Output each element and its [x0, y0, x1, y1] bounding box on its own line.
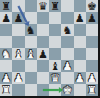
square-c4[interactable]: ♝: [25, 48, 37, 60]
square-f1[interactable]: ♚: [61, 84, 73, 96]
white-pawn[interactable]: ♟: [1, 72, 11, 83]
white-bishop[interactable]: ♝: [13, 48, 23, 59]
white-knight[interactable]: ♞: [1, 48, 11, 59]
square-g6[interactable]: [74, 24, 86, 36]
square-e7[interactable]: [49, 12, 61, 24]
square-b1[interactable]: [12, 84, 24, 96]
white-bishop[interactable]: ♝: [26, 48, 36, 59]
square-d3[interactable]: [37, 60, 49, 72]
square-f8[interactable]: [61, 0, 73, 12]
black-king[interactable]: ♚: [87, 0, 97, 11]
square-g7[interactable]: ♟: [74, 12, 86, 24]
square-c6[interactable]: ♞: [25, 24, 37, 36]
square-h4[interactable]: [86, 48, 98, 60]
black-queen[interactable]: ♛: [38, 0, 48, 11]
square-f5[interactable]: [61, 36, 73, 48]
square-g1[interactable]: [74, 84, 86, 96]
white-pawn[interactable]: ♟: [75, 72, 85, 83]
square-g2[interactable]: ♟: [74, 72, 86, 84]
square-b7[interactable]: ♟: [12, 12, 24, 24]
square-c2[interactable]: [25, 72, 37, 84]
chess-board: ♜♛♜♚♟♟♟♟♞♞♞♝♝♟♝♟♟♟♛♟♟♜♚♜: [0, 0, 98, 96]
square-c1[interactable]: [25, 84, 37, 96]
white-pawn[interactable]: ♟: [87, 72, 97, 83]
square-e1[interactable]: [49, 84, 61, 96]
square-d4[interactable]: ♟: [37, 48, 49, 60]
square-h7[interactable]: ♟: [86, 12, 98, 24]
white-pawn[interactable]: ♟: [13, 72, 23, 83]
black-pawn[interactable]: ♟: [38, 48, 48, 59]
square-d7[interactable]: [37, 12, 49, 24]
white-queen[interactable]: ♛: [50, 72, 60, 83]
square-a1[interactable]: ♜: [0, 84, 12, 96]
white-rook[interactable]: ♜: [87, 84, 97, 95]
square-b6[interactable]: [12, 24, 24, 36]
black-pawn[interactable]: ♟: [13, 12, 23, 23]
square-h1[interactable]: ♜: [86, 84, 98, 96]
square-f6[interactable]: ♞: [61, 24, 73, 36]
square-e2[interactable]: ♛: [49, 72, 61, 84]
black-knight[interactable]: ♞: [26, 24, 36, 35]
square-c8[interactable]: [25, 0, 37, 12]
square-d2[interactable]: [37, 72, 49, 84]
black-knight[interactable]: ♞: [62, 24, 72, 35]
square-h5[interactable]: [86, 36, 98, 48]
square-a6[interactable]: [0, 24, 12, 36]
square-a7[interactable]: ♟: [0, 12, 12, 24]
black-rook[interactable]: ♜: [50, 0, 60, 11]
square-g4[interactable]: [74, 48, 86, 60]
square-h6[interactable]: [86, 24, 98, 36]
square-g5[interactable]: [74, 36, 86, 48]
black-bishop[interactable]: ♝: [50, 60, 60, 71]
white-king[interactable]: ♚: [62, 84, 72, 95]
square-d8[interactable]: ♛: [37, 0, 49, 12]
square-d1[interactable]: [37, 84, 49, 96]
black-pawn[interactable]: ♟: [87, 12, 97, 23]
square-f3[interactable]: ♟: [61, 60, 73, 72]
square-a4[interactable]: ♞: [0, 48, 12, 60]
square-b4[interactable]: ♝: [12, 48, 24, 60]
square-b2[interactable]: ♟: [12, 72, 24, 84]
square-d6[interactable]: [37, 24, 49, 36]
chess-app-screenshot: ♜♛♜♚♟♟♟♟♞♞♞♝♝♟♝♟♟♟♛♟♟♜♚♜: [0, 0, 100, 98]
square-e5[interactable]: [49, 36, 61, 48]
black-rook[interactable]: ♜: [1, 0, 11, 11]
square-e6[interactable]: [49, 24, 61, 36]
black-pawn[interactable]: ♟: [75, 12, 85, 23]
square-c3[interactable]: [25, 60, 37, 72]
white-rook[interactable]: ♜: [1, 84, 11, 95]
white-pawn[interactable]: ♟: [62, 60, 72, 71]
black-pawn[interactable]: ♟: [1, 12, 11, 23]
square-e8[interactable]: ♜: [49, 0, 61, 12]
